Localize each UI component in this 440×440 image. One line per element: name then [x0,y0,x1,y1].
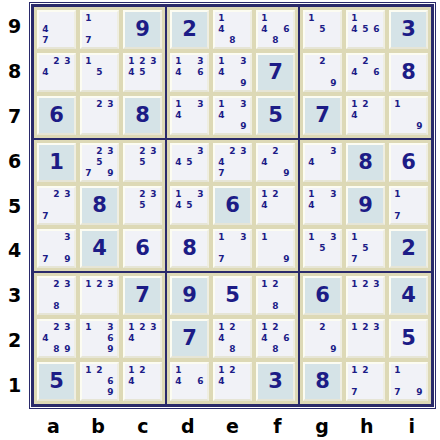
cell-h8[interactable]: 246 [346,53,385,92]
cell-e6[interactable]: 2347 [213,143,252,182]
cell-d7[interactable]: 134 [170,96,209,135]
cell-value: 8 [401,62,416,83]
mark-2: 2 [317,322,328,333]
cell-g9[interactable]: 15 [303,10,342,49]
cell-d9[interactable]: 2 [170,10,209,49]
pencil-marks: 134 [305,188,340,223]
mark-7: 7 [349,254,360,265]
pencil-marks: 23579 [82,145,117,180]
mark-4: 4 [349,24,360,35]
pencil-marks: 124 [215,364,250,399]
pencil-marks: 1345 [172,188,207,223]
mark-6: 6 [281,333,292,344]
mark-6: 6 [371,24,382,35]
box-9: 612342912358127179 [300,273,431,404]
cell-a4[interactable]: 379 [37,229,76,268]
mark-6: 6 [281,24,292,35]
mark-9: 9 [281,168,292,179]
mark-2: 2 [51,322,62,333]
cell-b4[interactable]: 4 [80,229,119,268]
cell-i9[interactable]: 3 [389,10,428,49]
cell-value: 7 [268,62,283,83]
cell-value: 4 [92,238,107,259]
pencil-marks: 137 [215,231,250,266]
row-label-7: 7 [0,94,29,139]
mark-1: 1 [126,322,137,333]
pencil-marks: 124 [258,188,293,223]
cell-d4[interactable]: 8 [170,229,209,268]
mark-2: 2 [270,189,281,200]
cell-value: 9 [182,285,197,306]
mark-1: 1 [259,232,270,243]
mark-4: 4 [126,67,137,78]
mark-4: 4 [259,24,270,35]
cell-i2[interactable]: 5 [389,319,428,358]
cell-e2[interactable]: 1248 [213,319,252,358]
cell-f2[interactable]: 12468 [256,319,295,358]
cell-b6[interactable]: 23579 [80,143,119,182]
cell-value: 5 [268,105,283,126]
pencil-marks: 123 [348,278,383,313]
cell-g4[interactable]: 135 [303,229,342,268]
mark-2: 2 [360,279,371,290]
pencil-marks: 179 [391,364,426,399]
cell-value: 6 [225,195,240,216]
pencil-marks: 15 [82,55,117,90]
mark-3: 3 [62,189,73,200]
sudoku-page: 987654321 471792341512345623821481468134… [0,0,440,440]
cell-g2[interactable]: 29 [303,319,342,358]
col-label-d: d [165,412,210,439]
cell-i6[interactable]: 6 [389,143,428,182]
cell-value: 5 [49,371,64,392]
mark-3: 3 [105,99,116,110]
mark-1: 1 [83,13,94,24]
row-label-6: 6 [0,138,29,183]
row-label-1: 1 [0,362,29,407]
mark-1: 1 [126,365,137,376]
cell-b5[interactable]: 8 [80,186,119,225]
cell-e1[interactable]: 124 [213,362,252,401]
col-label-c: c [121,412,166,439]
mark-7: 7 [392,387,403,398]
sudoku-board: 4717923415123456238214814681346134971341… [31,4,434,407]
col-label-h: h [344,412,389,439]
pencil-marks: 29 [305,55,340,90]
mark-2: 2 [227,365,238,376]
cell-c2[interactable]: 1234 [123,319,162,358]
pencil-marks: 15 [305,12,340,47]
mark-1: 1 [83,322,94,333]
pencil-marks: 135 [305,231,340,266]
mark-9: 9 [238,78,249,89]
mark-1: 1 [259,13,270,24]
mark-1: 1 [216,99,227,110]
cell-h4[interactable]: 157 [346,229,385,268]
col-labels: abcdefghi [31,412,434,439]
mark-7: 7 [83,168,94,179]
mark-4: 4 [40,24,51,35]
cell-c9[interactable]: 9 [123,10,162,49]
mark-2: 2 [94,365,105,376]
cell-c6[interactable]: 235 [123,143,162,182]
mark-7: 7 [40,254,51,265]
mark-2: 2 [270,279,281,290]
cell-h6[interactable]: 8 [346,143,385,182]
mark-2: 2 [51,279,62,290]
mark-4: 4 [259,157,270,168]
cell-b2[interactable]: 1369 [80,319,119,358]
mark-4: 4 [173,157,184,168]
box-8: 9512871248124681461243 [167,273,298,404]
cell-c8[interactable]: 12345 [123,53,162,92]
cell-g7[interactable]: 7 [303,96,342,135]
mark-1: 1 [83,279,94,290]
pencil-marks: 249 [258,145,293,180]
pencil-marks: 124 [125,364,160,399]
row-label-5: 5 [0,183,29,228]
cell-c3[interactable]: 7 [123,276,162,315]
mark-5: 5 [137,200,148,211]
cell-h3[interactable]: 123 [346,276,385,315]
mark-4: 4 [216,67,227,78]
row-labels: 987654321 [0,4,29,407]
mark-5: 5 [317,243,328,254]
cell-i8[interactable]: 8 [389,53,428,92]
mark-4: 4 [216,333,227,344]
mark-6: 6 [195,376,206,387]
mark-2: 2 [94,99,105,110]
pencil-marks: 1269 [82,364,117,399]
mark-3: 3 [148,146,159,157]
col-label-e: e [210,412,255,439]
mark-3: 3 [238,146,249,157]
cell-h5[interactable]: 9 [346,186,385,225]
pencil-marks: 17 [391,188,426,223]
mark-7: 7 [216,168,227,179]
mark-4: 4 [259,333,270,344]
pencil-marks: 34 [305,145,340,180]
row-label-2: 2 [0,317,29,362]
cell-h1[interactable]: 127 [346,362,385,401]
mark-2: 2 [360,322,371,333]
cell-e8[interactable]: 1349 [213,53,252,92]
box-6: 34861349171351572 [300,140,431,271]
mark-3: 3 [105,146,116,157]
mark-4: 4 [306,200,317,211]
pencil-marks: 12345 [125,55,160,90]
pencil-marks: 1369 [82,321,117,356]
pencil-marks: 23489 [39,321,74,356]
cell-a9[interactable]: 47 [37,10,76,49]
cell-value: 8 [92,195,107,216]
cell-value: 8 [358,152,373,173]
pencil-marks: 124 [348,98,383,133]
box-5: 345234724913456124813719 [167,140,298,271]
cell-a3[interactable]: 238 [37,276,76,315]
cell-value: 2 [182,19,197,40]
mark-9: 9 [414,387,425,398]
cell-b3[interactable]: 123 [80,276,119,315]
mark-2: 2 [94,279,105,290]
mark-3: 3 [148,322,159,333]
cell-a7[interactable]: 6 [37,96,76,135]
mark-7: 7 [216,254,227,265]
cell-a1[interactable]: 5 [37,362,76,401]
mark-3: 3 [105,279,116,290]
mark-2: 2 [227,146,238,157]
cell-f3[interactable]: 128 [256,276,295,315]
mark-8: 8 [227,35,238,46]
cell-b1[interactable]: 1269 [80,362,119,401]
cell-d8[interactable]: 1346 [170,53,209,92]
cell-i3[interactable]: 4 [389,276,428,315]
cell-a8[interactable]: 234 [37,53,76,92]
mark-3: 3 [195,99,206,110]
mark-2: 2 [137,189,148,200]
mark-2: 2 [137,146,148,157]
mark-1: 1 [173,189,184,200]
cell-f7[interactable]: 5 [256,96,295,135]
mark-1: 1 [216,13,227,24]
cell-a5[interactable]: 237 [37,186,76,225]
mark-5: 5 [94,157,105,168]
cell-e7[interactable]: 1349 [213,96,252,135]
mark-1: 1 [349,279,360,290]
cell-f5[interactable]: 124 [256,186,295,225]
box-2: 2148146813461349713413495 [167,7,298,138]
mark-6: 6 [105,333,116,344]
cell-a6[interactable]: 1 [37,143,76,182]
pencil-marks: 1456 [348,12,383,47]
mark-1: 1 [306,13,317,24]
cell-c5[interactable]: 235 [123,186,162,225]
mark-8: 8 [270,301,281,312]
mark-4: 4 [126,376,137,387]
cell-h7[interactable]: 124 [346,96,385,135]
cell-a2[interactable]: 23489 [37,319,76,358]
mark-8: 8 [270,344,281,355]
mark-1: 1 [216,322,227,333]
cell-f1[interactable]: 3 [256,362,295,401]
mark-9: 9 [62,254,73,265]
cell-i5[interactable]: 17 [389,186,428,225]
mark-1: 1 [173,56,184,67]
mark-2: 2 [317,56,328,67]
mark-2: 2 [51,189,62,200]
mark-1: 1 [349,232,360,243]
mark-9: 9 [328,78,339,89]
mark-2: 2 [360,56,371,67]
mark-6: 6 [105,376,116,387]
pencil-marks: 345 [172,145,207,180]
mark-1: 1 [173,365,184,376]
pencil-marks: 47 [39,12,74,47]
mark-1: 1 [349,365,360,376]
mark-2: 2 [51,56,62,67]
row-label-9: 9 [0,4,29,49]
mark-3: 3 [105,322,116,333]
pencil-marks: 1468 [258,12,293,47]
mark-3: 3 [195,146,206,157]
pencil-marks: 235 [125,145,160,180]
cell-g1[interactable]: 8 [303,362,342,401]
cell-i1[interactable]: 179 [389,362,428,401]
cell-g5[interactable]: 134 [303,186,342,225]
mark-3: 3 [238,232,249,243]
mark-1: 1 [349,13,360,24]
pencil-marks: 148 [215,12,250,47]
cell-b8[interactable]: 15 [80,53,119,92]
mark-4: 4 [40,67,51,78]
cell-d1[interactable]: 146 [170,362,209,401]
mark-3: 3 [371,279,382,290]
cell-c4[interactable]: 6 [123,229,162,268]
mark-1: 1 [126,56,137,67]
cell-f6[interactable]: 249 [256,143,295,182]
pencil-marks: 237 [39,188,74,223]
pencil-marks: 1248 [215,321,250,356]
cell-c1[interactable]: 124 [123,362,162,401]
mark-9: 9 [281,254,292,265]
pencil-marks: 246 [348,55,383,90]
mark-1: 1 [392,99,403,110]
mark-4: 4 [173,200,184,211]
mark-8: 8 [227,344,238,355]
mark-3: 3 [195,56,206,67]
mark-2: 2 [360,99,371,110]
mark-5: 5 [94,67,105,78]
pencil-marks: 1234 [125,321,160,356]
pencil-marks: 123 [82,278,117,313]
col-label-i: i [389,412,434,439]
pencil-marks: 127 [348,364,383,399]
cell-g6[interactable]: 34 [303,143,342,182]
mark-2: 2 [360,365,371,376]
box-1: 4717923415123456238 [34,7,165,138]
box-4: 123579235237823537946 [34,140,165,271]
mark-4: 4 [173,67,184,78]
mark-7: 7 [40,35,51,46]
mark-8: 8 [51,344,62,355]
cell-d2[interactable]: 7 [170,319,209,358]
box-3: 1514563292468712419 [300,7,431,138]
col-label-b: b [76,412,121,439]
pencil-marks: 379 [39,231,74,266]
mark-9: 9 [105,344,116,355]
col-label-a: a [31,412,76,439]
cell-value: 3 [268,371,283,392]
mark-4: 4 [306,157,317,168]
cell-value: 8 [315,371,330,392]
mark-4: 4 [216,157,227,168]
mark-2: 2 [137,365,148,376]
cell-h9[interactable]: 1456 [346,10,385,49]
cell-value: 1 [49,152,64,173]
pencil-marks: 19 [258,231,293,266]
mark-8: 8 [51,301,62,312]
mark-3: 3 [238,99,249,110]
mark-1: 1 [392,189,403,200]
mark-9: 9 [62,344,73,355]
cell-e4[interactable]: 137 [213,229,252,268]
row-label-8: 8 [0,49,29,94]
mark-1: 1 [349,322,360,333]
cell-h2[interactable]: 123 [346,319,385,358]
cell-e5[interactable]: 6 [213,186,252,225]
mark-1: 1 [259,279,270,290]
cell-b9[interactable]: 17 [80,10,119,49]
cell-value: 7 [315,105,330,126]
mark-1: 1 [83,56,94,67]
mark-9: 9 [105,168,116,179]
mark-1: 1 [349,99,360,110]
mark-1: 1 [83,365,94,376]
mark-5: 5 [317,24,328,35]
mark-6: 6 [371,67,382,78]
mark-2: 2 [270,146,281,157]
cell-e3[interactable]: 5 [213,276,252,315]
pencil-marks: 238 [39,278,74,313]
cell-b7[interactable]: 23 [80,96,119,135]
mark-4: 4 [349,67,360,78]
cell-d6[interactable]: 345 [170,143,209,182]
mark-1: 1 [306,232,317,243]
cell-value: 9 [135,19,150,40]
mark-6: 6 [195,67,206,78]
mark-5: 5 [137,157,148,168]
cell-i4[interactable]: 2 [389,229,428,268]
cell-value: 8 [135,105,150,126]
cell-f4[interactable]: 19 [256,229,295,268]
mark-3: 3 [62,279,73,290]
mark-1: 1 [259,322,270,333]
pencil-marks: 1349 [215,98,250,133]
cell-d3[interactable]: 9 [170,276,209,315]
mark-3: 3 [238,56,249,67]
pencil-marks: 128 [258,278,293,313]
mark-4: 4 [259,200,270,211]
mark-7: 7 [349,387,360,398]
box-7: 2381237234891369123451269124 [34,273,165,404]
pencil-marks: 123 [348,321,383,356]
mark-4: 4 [349,110,360,121]
cell-i7[interactable]: 19 [389,96,428,135]
mark-3: 3 [62,232,73,243]
mark-1: 1 [306,189,317,200]
cell-value: 7 [135,285,150,306]
col-label-f: f [255,412,300,439]
cell-g3[interactable]: 6 [303,276,342,315]
mark-5: 5 [184,157,195,168]
pencil-marks: 146 [172,364,207,399]
cell-f8[interactable]: 7 [256,53,295,92]
row-label-3: 3 [0,273,29,318]
mark-7: 7 [392,211,403,222]
cell-c7[interactable]: 8 [123,96,162,135]
cell-value: 6 [49,105,64,126]
mark-9: 9 [328,344,339,355]
mark-9: 9 [238,121,249,132]
mark-1: 1 [392,365,403,376]
pencil-marks: 157 [348,231,383,266]
mark-1: 1 [216,365,227,376]
cell-e9[interactable]: 148 [213,10,252,49]
cell-g8[interactable]: 29 [303,53,342,92]
cell-d5[interactable]: 1345 [170,186,209,225]
row-label-4: 4 [0,228,29,273]
cell-f9[interactable]: 1468 [256,10,295,49]
